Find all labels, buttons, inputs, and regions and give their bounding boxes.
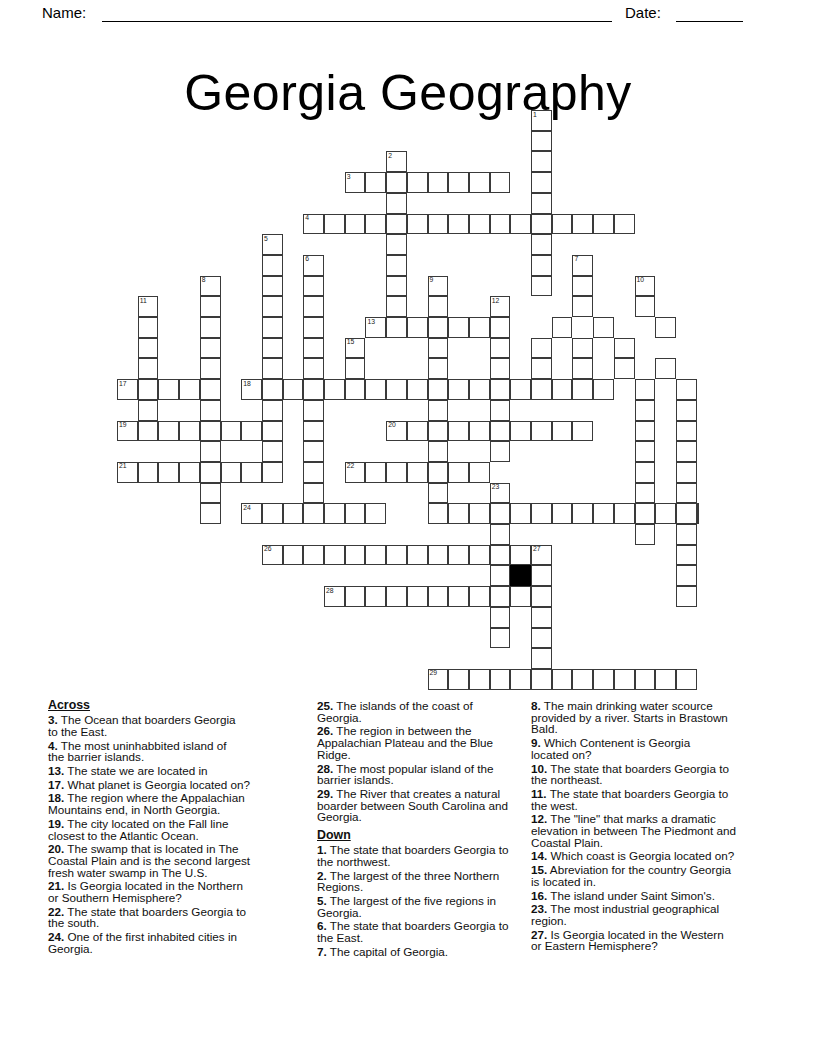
clue-26: 26. The region in between the Appalachia… [317, 725, 529, 760]
cell-number: 10 [637, 276, 645, 284]
grid-cell[interactable] [365, 545, 386, 566]
grid-cell[interactable] [324, 214, 345, 235]
grid-cell[interactable] [510, 379, 531, 400]
grid-cell[interactable] [324, 379, 345, 400]
grid-cell[interactable] [531, 669, 552, 690]
grid-cell[interactable] [179, 462, 200, 483]
clue-11: 11. The state that boarders Georgia to t… [531, 788, 789, 811]
cell-number: 21 [119, 462, 127, 470]
grid-cell[interactable] [262, 255, 283, 276]
grid-cell[interactable] [572, 296, 593, 317]
grid-cell[interactable] [200, 317, 221, 338]
grid-cell[interactable] [448, 317, 469, 338]
grid-cell[interactable] [531, 358, 552, 379]
grid-cell[interactable] [510, 421, 531, 442]
grid-cell[interactable] [262, 462, 283, 483]
grid-cell[interactable] [593, 317, 614, 338]
grid-cell[interactable] [655, 317, 676, 338]
grid-cell[interactable] [386, 462, 407, 483]
grid-cell[interactable] [490, 214, 511, 235]
grid-cell[interactable] [221, 421, 242, 442]
grid-cell[interactable] [490, 317, 511, 338]
grid-cell[interactable] [531, 586, 552, 607]
grid-cell[interactable] [676, 586, 697, 607]
cell-number: 13 [367, 318, 375, 326]
name-input-line[interactable] [102, 21, 612, 22]
grid-cell[interactable] [448, 421, 469, 442]
grid-cell[interactable] [490, 524, 511, 545]
grid-cell[interactable] [531, 648, 552, 669]
grid-cell[interactable]: 6 [303, 255, 324, 276]
grid-cell[interactable] [552, 379, 573, 400]
clue-28: 28. The most popular island of the barri… [317, 763, 529, 786]
grid-cell[interactable] [138, 358, 159, 379]
grid-cell[interactable]: 3 [345, 172, 366, 193]
grid-cell[interactable] [531, 172, 552, 193]
grid-cell[interactable] [531, 421, 552, 442]
clue-number: 18. [48, 791, 64, 804]
clue-number: 29. [317, 787, 333, 800]
grid-cell[interactable] [345, 214, 366, 235]
grid-cell[interactable] [386, 545, 407, 566]
cell-number: 8 [202, 276, 206, 284]
grid-cell[interactable] [531, 379, 552, 400]
grid-cell[interactable] [469, 669, 490, 690]
grid-cell[interactable] [676, 483, 697, 504]
grid-cell[interactable] [407, 586, 428, 607]
grid-cell[interactable] [469, 545, 490, 566]
grid-cell[interactable] [593, 503, 614, 524]
clue-18: 18. The region where the Appalachian Mou… [48, 792, 326, 815]
grid-cell[interactable] [262, 379, 283, 400]
grid-cell[interactable]: 15 [345, 338, 366, 359]
grid-cell[interactable] [552, 503, 573, 524]
grid-cell[interactable] [655, 669, 676, 690]
grid-cell[interactable] [469, 379, 490, 400]
grid-cell[interactable] [200, 379, 221, 400]
clue-column-1: Across3. The Ocean that boarders Georgia… [48, 700, 326, 957]
cell-number: 6 [305, 255, 309, 263]
grid-cell[interactable] [200, 421, 221, 442]
grid-cell[interactable] [572, 379, 593, 400]
grid-cell[interactable] [386, 379, 407, 400]
clue-number: 11. [531, 787, 547, 800]
grid-cell[interactable] [469, 172, 490, 193]
grid-cell[interactable] [552, 669, 573, 690]
grid-cell[interactable] [490, 628, 511, 649]
clue-5: 5. The largest of the five regions in Ge… [317, 895, 529, 918]
grid-cell[interactable] [428, 441, 449, 462]
grid-cell[interactable] [303, 276, 324, 297]
grid-cell[interactable] [407, 462, 428, 483]
grid-cell[interactable]: 5 [262, 234, 283, 255]
grid-cell[interactable] [428, 400, 449, 421]
grid-cell[interactable] [428, 317, 449, 338]
grid-cell[interactable] [614, 338, 635, 359]
grid-cell[interactable] [676, 524, 697, 545]
grid-cell[interactable] [490, 358, 511, 379]
grid-cell[interactable] [635, 421, 656, 442]
grid-cell[interactable] [241, 421, 262, 442]
grid-cell[interactable] [345, 503, 366, 524]
grid-cell[interactable] [158, 421, 179, 442]
grid-cell[interactable] [448, 503, 469, 524]
grid-cell[interactable] [676, 565, 697, 586]
grid-cell[interactable] [262, 441, 283, 462]
grid-cell[interactable] [469, 317, 490, 338]
grid-cell[interactable] [303, 379, 324, 400]
cell-number: 22 [347, 462, 355, 470]
grid-cell[interactable] [572, 503, 593, 524]
grid-cell[interactable] [635, 669, 656, 690]
grid-cell[interactable] [531, 565, 552, 586]
grid-cell[interactable] [303, 483, 324, 504]
grid-cell[interactable] [490, 586, 511, 607]
grid-cell[interactable] [221, 462, 242, 483]
grid-cell[interactable] [138, 400, 159, 421]
grid-cell[interactable] [531, 276, 552, 297]
grid-cell[interactable] [490, 338, 511, 359]
grid-cell[interactable] [303, 400, 324, 421]
cell-number: 3 [347, 173, 351, 181]
cell-number: 19 [119, 421, 127, 429]
grid-cell[interactable] [407, 214, 428, 235]
grid-cell[interactable] [262, 296, 283, 317]
grid-cell[interactable] [428, 586, 449, 607]
grid-cell[interactable] [158, 379, 179, 400]
grid-cell[interactable]: 2 [386, 151, 407, 172]
grid-cell[interactable] [448, 379, 469, 400]
grid-cell[interactable] [345, 358, 366, 379]
grid-cell[interactable] [510, 503, 531, 524]
grid-cell[interactable] [572, 276, 593, 297]
grid-cell[interactable] [386, 317, 407, 338]
cell-number: 1 [533, 111, 537, 119]
grid-cell[interactable] [490, 379, 511, 400]
clue-16: 16. The island under Saint Simon's. [531, 890, 789, 902]
grid-cell[interactable] [614, 214, 635, 235]
grid-cell[interactable] [697, 503, 699, 524]
grid-cell[interactable] [676, 503, 697, 524]
grid-cell[interactable] [428, 172, 449, 193]
grid-cell[interactable] [635, 462, 656, 483]
grid-cell[interactable] [303, 358, 324, 379]
grid-cell[interactable] [138, 317, 159, 338]
grid-cell[interactable] [531, 131, 552, 152]
clue-number: 24. [48, 930, 64, 943]
grid-cell[interactable] [200, 503, 221, 524]
grid-cell[interactable] [490, 400, 511, 421]
grid-cell[interactable] [428, 296, 449, 317]
clue-6: 6. The state that boarders Georgia to th… [317, 920, 529, 943]
grid-cell[interactable] [407, 421, 428, 442]
grid-cell[interactable] [469, 214, 490, 235]
grid-cell[interactable] [428, 545, 449, 566]
grid-cell[interactable] [407, 379, 428, 400]
grid-cell[interactable] [676, 545, 697, 566]
grid-cell[interactable] [365, 586, 386, 607]
grid-cell[interactable] [572, 338, 593, 359]
grid-cell[interactable] [200, 338, 221, 359]
grid-cell[interactable] [614, 358, 635, 379]
grid-cell[interactable] [428, 358, 449, 379]
grid-cell[interactable] [593, 669, 614, 690]
grid-cell[interactable] [448, 669, 469, 690]
grid-cell[interactable] [676, 441, 697, 462]
grid-cell[interactable] [510, 669, 531, 690]
grid-cell[interactable] [262, 358, 283, 379]
grid-cell[interactable]: 20 [386, 421, 407, 442]
grid-cell[interactable]: 7 [572, 255, 593, 276]
date-label: Date: [625, 4, 661, 21]
grid-cell[interactable] [448, 586, 469, 607]
grid-cell[interactable] [283, 379, 304, 400]
grid-cell[interactable] [490, 172, 511, 193]
grid-cell[interactable] [448, 462, 469, 483]
grid-cell[interactable] [386, 276, 407, 297]
grid-cell[interactable] [510, 214, 531, 235]
grid-cell[interactable] [428, 379, 449, 400]
grid-cell[interactable] [552, 214, 573, 235]
clue-4: 4. The most uninhabbited island of the b… [48, 740, 326, 763]
grid-cell[interactable] [262, 400, 283, 421]
grid-cell[interactable] [303, 545, 324, 566]
clue-number: 25. [317, 699, 333, 712]
grid-cell[interactable] [448, 172, 469, 193]
grid-cell[interactable] [407, 172, 428, 193]
clue-7: 7. The capital of Georgia. [317, 946, 529, 958]
grid-cell[interactable] [303, 441, 324, 462]
cell-number: 24 [243, 504, 251, 512]
grid-cell[interactable] [490, 565, 511, 586]
clue-number: 12. [531, 812, 547, 825]
grid-cell[interactable]: 11 [138, 296, 159, 317]
grid-cell[interactable] [469, 503, 490, 524]
grid-cell[interactable] [428, 483, 449, 504]
grid-cell[interactable] [200, 358, 221, 379]
grid-cell[interactable] [676, 669, 697, 690]
grid-cell[interactable] [676, 379, 697, 400]
grid-cell[interactable] [138, 379, 159, 400]
grid-cell[interactable] [469, 586, 490, 607]
grid-cell[interactable] [365, 462, 386, 483]
grid-cell[interactable] [635, 524, 656, 545]
grid-cell[interactable]: 19 [117, 421, 138, 442]
grid-cell[interactable] [531, 628, 552, 649]
grid-cell[interactable] [303, 503, 324, 524]
grid-cell[interactable] [345, 545, 366, 566]
grid-cell[interactable]: 21 [117, 462, 138, 483]
grid-cell[interactable] [407, 317, 428, 338]
grid-cell[interactable] [448, 214, 469, 235]
cell-number: 28 [326, 587, 334, 595]
grid-cell[interactable] [386, 172, 407, 193]
grid-cell[interactable] [490, 503, 511, 524]
grid-cell[interactable] [428, 214, 449, 235]
clue-number: 6. [317, 919, 327, 932]
grid-cell[interactable] [179, 421, 200, 442]
clue-24: 24. One of the first inhabited cities in… [48, 931, 326, 954]
clue-number: 4. [48, 739, 58, 752]
grid-cell[interactable] [241, 462, 262, 483]
grid-cell[interactable] [386, 193, 407, 214]
grid-cell[interactable] [407, 545, 428, 566]
grid-cell[interactable] [345, 379, 366, 400]
cell-number: 26 [264, 545, 272, 553]
cell-number: 15 [347, 338, 355, 346]
clue-number: 3. [48, 713, 58, 726]
grid-cell[interactable] [200, 296, 221, 317]
grid-cell[interactable] [365, 172, 386, 193]
clue-17: 17. What planet is Georgia located on? [48, 779, 326, 791]
grid-cell[interactable] [386, 296, 407, 317]
grid-cell[interactable] [531, 255, 552, 276]
cell-number: 2 [388, 152, 392, 160]
grid-cell[interactable] [593, 379, 614, 400]
grid-cell[interactable] [635, 296, 656, 317]
grid-cell[interactable] [469, 462, 490, 483]
grid-cell[interactable] [510, 586, 531, 607]
grid-cell[interactable] [386, 586, 407, 607]
grid-cell[interactable] [448, 545, 469, 566]
grid-cell[interactable] [531, 214, 552, 235]
grid-cell[interactable]: 28 [324, 586, 345, 607]
grid-cell[interactable] [572, 669, 593, 690]
grid-cell[interactable] [262, 503, 283, 524]
grid-cell[interactable] [345, 586, 366, 607]
grid-cell[interactable]: 12 [490, 296, 511, 317]
grid-cell[interactable] [635, 379, 656, 400]
grid-cell[interactable] [386, 234, 407, 255]
grid-cell[interactable] [303, 462, 324, 483]
grid-cell[interactable] [386, 214, 407, 235]
grid-cell[interactable] [200, 441, 221, 462]
grid-cell[interactable]: 22 [345, 462, 366, 483]
grid-cell[interactable] [262, 338, 283, 359]
grid-cell[interactable]: 10 [635, 276, 656, 297]
grid-cell[interactable] [490, 421, 511, 442]
grid-cell[interactable] [324, 503, 345, 524]
grid-cell[interactable] [614, 503, 635, 524]
grid-cell[interactable] [283, 545, 304, 566]
grid-cell[interactable] [676, 400, 697, 421]
grid-cell[interactable] [365, 503, 386, 524]
grid-cell[interactable] [490, 441, 511, 462]
grid-cell[interactable] [138, 338, 159, 359]
grid-cell[interactable] [572, 358, 593, 379]
grid-cell[interactable] [428, 421, 449, 442]
cell-number: 11 [140, 297, 147, 305]
grid-cell[interactable]: 4 [303, 214, 324, 235]
grid-cell[interactable] [655, 503, 676, 524]
grid-cell[interactable] [635, 503, 656, 524]
grid-cell[interactable]: 29 [428, 669, 449, 690]
grid-cell[interactable] [531, 193, 552, 214]
grid-cell[interactable] [635, 400, 656, 421]
grid-cell[interactable] [531, 234, 552, 255]
clue-number: 1. [317, 843, 327, 856]
grid-cell[interactable] [200, 483, 221, 504]
grid-cell[interactable]: 18 [241, 379, 262, 400]
grid-cell[interactable] [428, 503, 449, 524]
grid-cell[interactable] [303, 317, 324, 338]
date-input-line[interactable] [676, 21, 743, 22]
grid-cell[interactable] [552, 421, 573, 442]
grid-cell[interactable] [138, 462, 159, 483]
clue-1: 1. The state that boarders Georgia to th… [317, 844, 529, 867]
grid-cell[interactable] [158, 462, 179, 483]
grid-cell[interactable] [490, 545, 511, 566]
grid-cell[interactable] [324, 545, 345, 566]
grid-cell[interactable] [386, 255, 407, 276]
clue-number: 7. [317, 945, 327, 958]
grid-cell[interactable] [262, 317, 283, 338]
grid-cell[interactable] [531, 503, 552, 524]
grid-cell[interactable] [531, 607, 552, 628]
grid-cell[interactable] [200, 400, 221, 421]
grid-cell[interactable] [510, 545, 531, 566]
grid-cell[interactable]: 1 [531, 110, 552, 131]
grid-cell[interactable] [303, 296, 324, 317]
grid-cell[interactable] [365, 379, 386, 400]
grid-cell[interactable] [200, 462, 221, 483]
grid-cell[interactable] [531, 338, 552, 359]
grid-cell[interactable] [655, 358, 676, 379]
clue-heading-down: Down [317, 830, 529, 842]
grid-cell[interactable] [635, 483, 656, 504]
grid-cell[interactable] [138, 421, 159, 442]
grid-cell[interactable] [283, 503, 304, 524]
grid-cell[interactable]: 23 [490, 483, 511, 504]
cell-number: 12 [492, 297, 500, 305]
grid-cell[interactable] [490, 607, 511, 628]
grid-cell[interactable] [303, 338, 324, 359]
grid-cell[interactable] [262, 276, 283, 297]
grid-cell[interactable] [303, 421, 324, 442]
grid-cell[interactable] [593, 214, 614, 235]
grid-cell[interactable]: 27 [531, 545, 552, 566]
clue-number: 21. [48, 879, 64, 892]
grid-cell[interactable] [531, 151, 552, 172]
grid-cell[interactable] [179, 379, 200, 400]
grid-cell[interactable]: 13 [365, 317, 386, 338]
grid-cell[interactable] [572, 214, 593, 235]
grid-cell[interactable] [428, 462, 449, 483]
grid-cell[interactable] [428, 338, 449, 359]
black-cell [510, 565, 531, 586]
grid-cell[interactable]: 24 [241, 503, 262, 524]
grid-cell[interactable] [676, 462, 697, 483]
grid-cell[interactable] [572, 421, 593, 442]
grid-cell[interactable] [490, 669, 511, 690]
grid-cell[interactable] [552, 317, 573, 338]
clue-number: 8. [531, 699, 541, 712]
grid-cell[interactable] [469, 421, 490, 442]
grid-cell[interactable] [365, 214, 386, 235]
grid-cell[interactable] [635, 441, 656, 462]
name-label: Name: [42, 4, 86, 21]
grid-cell[interactable] [262, 421, 283, 442]
grid-cell[interactable]: 17 [117, 379, 138, 400]
grid-cell[interactable]: 26 [262, 545, 283, 566]
clue-number: 13. [48, 764, 64, 777]
grid-cell[interactable]: 8 [200, 276, 221, 297]
grid-cell[interactable] [676, 421, 697, 442]
clue-14: 14. Which coast is Georgia located on? [531, 850, 789, 862]
grid-cell[interactable]: 9 [428, 276, 449, 297]
cell-number: 20 [388, 421, 396, 429]
grid-cell[interactable] [614, 669, 635, 690]
